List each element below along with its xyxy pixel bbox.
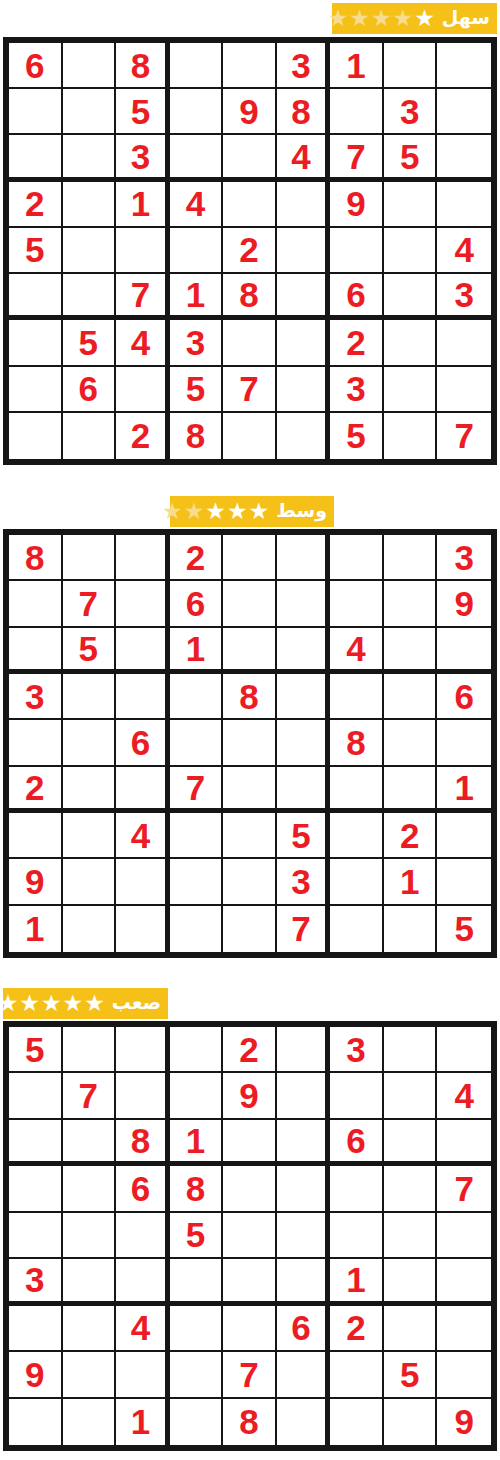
cell-r6c7[interactable]: [330, 767, 384, 813]
cell-r5c1[interactable]: [9, 1213, 63, 1259]
cell-r8c3[interactable]: [116, 859, 170, 905]
cell-r8c2[interactable]: [63, 1352, 117, 1398]
cell-r8c7[interactable]: 3: [330, 367, 384, 413]
cell-r4c6[interactable]: [277, 1166, 331, 1212]
cell-r3c9[interactable]: [437, 1120, 491, 1166]
cell-r4c3[interactable]: [116, 674, 170, 720]
cell-r1c4[interactable]: 2: [170, 535, 224, 581]
star-icon: ★: [393, 7, 414, 30]
cell-r2c1[interactable]: [9, 1073, 63, 1119]
cell-r5c4[interactable]: [170, 720, 224, 766]
cell-r9c7[interactable]: [330, 1399, 384, 1445]
cell-r4c7[interactable]: 9: [330, 182, 384, 228]
sudoku-grid-easy: 683159833475214952471863543265732857: [3, 37, 497, 465]
cell-r4c7[interactable]: [330, 1166, 384, 1212]
cell-r1c8[interactable]: [384, 1027, 438, 1073]
cell-r4c8[interactable]: [384, 1166, 438, 1212]
cell-r9c3[interactable]: 1: [116, 1399, 170, 1445]
star-icon: ★: [184, 500, 205, 523]
cell-r9c9[interactable]: 5: [437, 906, 491, 952]
cell-r9c5[interactable]: [223, 906, 277, 952]
cell-r9c1[interactable]: 1: [9, 906, 63, 952]
cell-r7c2[interactable]: [63, 1306, 117, 1352]
cell-r9c7[interactable]: [330, 906, 384, 952]
cell-r7c2[interactable]: 5: [63, 320, 117, 366]
cell-r7c1[interactable]: [9, 1306, 63, 1352]
cell-r5c1[interactable]: 5: [9, 228, 63, 274]
star-icon: ★: [41, 992, 62, 1015]
cell-r2c8[interactable]: 3: [384, 89, 438, 135]
cell-r5c7[interactable]: [330, 1213, 384, 1259]
cell-r6c9[interactable]: [437, 1259, 491, 1305]
cell-r2c9[interactable]: 4: [437, 1073, 491, 1119]
cell-r6c2[interactable]: [63, 767, 117, 813]
cell-r1c5[interactable]: [223, 43, 277, 89]
cell-r7c4[interactable]: [170, 813, 224, 859]
cell-r5c9[interactable]: [437, 720, 491, 766]
cell-r8c9[interactable]: [437, 859, 491, 905]
cell-r1c6[interactable]: [277, 535, 331, 581]
cell-r3c5[interactable]: [223, 1120, 277, 1166]
cell-r1c1[interactable]: 8: [9, 535, 63, 581]
cell-r9c6[interactable]: [277, 413, 331, 459]
cell-r1c4[interactable]: [170, 43, 224, 89]
cell-r5c2[interactable]: [63, 720, 117, 766]
cell-r4c4[interactable]: 8: [170, 1166, 224, 1212]
cell-r8c5[interactable]: 7: [223, 1352, 277, 1398]
cell-r6c6[interactable]: [277, 1259, 331, 1305]
cell-r6c4[interactable]: [170, 1259, 224, 1305]
cell-r4c1[interactable]: [9, 1166, 63, 1212]
cell-r6c4[interactable]: 7: [170, 767, 224, 813]
star-icon: ★: [162, 500, 183, 523]
cell-r1c3[interactable]: [116, 1027, 170, 1073]
cell-r2c5[interactable]: 9: [223, 1073, 277, 1119]
cell-r5c8[interactable]: [384, 720, 438, 766]
cell-r7c5[interactable]: [223, 813, 277, 859]
difficulty-label-hard: صعب: [112, 993, 161, 1015]
cell-r2c7[interactable]: [330, 1073, 384, 1119]
cell-r2c2[interactable]: 7: [63, 581, 117, 627]
cell-r6c7[interactable]: 6: [330, 274, 384, 320]
star-icon: ★: [205, 500, 226, 523]
cell-r8c5[interactable]: 7: [223, 367, 277, 413]
cell-r1c9[interactable]: [437, 1027, 491, 1073]
cell-r5c8[interactable]: [384, 228, 438, 274]
cell-r5c4[interactable]: [170, 228, 224, 274]
cell-r8c8[interactable]: 5: [384, 1352, 438, 1398]
cell-r4c7[interactable]: [330, 674, 384, 720]
cell-r9c2[interactable]: [63, 1399, 117, 1445]
cell-r4c9[interactable]: 7: [437, 1166, 491, 1212]
cell-r5c3[interactable]: [116, 228, 170, 274]
star-icon: ★: [0, 992, 18, 1015]
cell-r3c8[interactable]: [384, 628, 438, 674]
cell-r8c9[interactable]: [437, 367, 491, 413]
difficulty-label-medium: وسط: [276, 501, 327, 523]
sudoku-grid-medium: 82376951438668271452931175: [3, 529, 497, 958]
cell-r5c4[interactable]: 5: [170, 1213, 224, 1259]
cell-r5c7[interactable]: 8: [330, 720, 384, 766]
cell-r7c7[interactable]: 2: [330, 320, 384, 366]
cell-r7c1[interactable]: [9, 320, 63, 366]
cell-r1c9[interactable]: [437, 43, 491, 89]
cell-r8c4[interactable]: 5: [170, 367, 224, 413]
cell-r4c1[interactable]: 2: [9, 182, 63, 228]
cell-r5c3[interactable]: 6: [116, 720, 170, 766]
cell-r2c3[interactable]: 5: [116, 89, 170, 135]
cell-r6c5[interactable]: [223, 1259, 277, 1305]
cell-r9c5[interactable]: 8: [223, 1399, 277, 1445]
cell-r6c3[interactable]: [116, 767, 170, 813]
cell-r3c3[interactable]: 8: [116, 1120, 170, 1166]
cell-r6c3[interactable]: 7: [116, 274, 170, 320]
cell-r3c6[interactable]: 4: [277, 135, 331, 181]
cell-r6c2[interactable]: [63, 274, 117, 320]
cell-r2c7[interactable]: [330, 581, 384, 627]
cell-r7c9[interactable]: [437, 1306, 491, 1352]
cell-r3c3[interactable]: 3: [116, 135, 170, 181]
cell-r8c8[interactable]: 1: [384, 859, 438, 905]
cell-r4c4[interactable]: [170, 674, 224, 720]
cell-r4c6[interactable]: [277, 182, 331, 228]
cell-r8c7[interactable]: [330, 1352, 384, 1398]
cell-r6c8[interactable]: [384, 1259, 438, 1305]
cell-r7c8[interactable]: [384, 1306, 438, 1352]
cell-r4c8[interactable]: [384, 674, 438, 720]
cell-r1c7[interactable]: 1: [330, 43, 384, 89]
cell-r8c6[interactable]: [277, 1352, 331, 1398]
cell-r6c1[interactable]: 2: [9, 767, 63, 813]
cell-r7c7[interactable]: 2: [330, 1306, 384, 1352]
cell-r1c6[interactable]: [277, 1027, 331, 1073]
cell-r3c6[interactable]: [277, 628, 331, 674]
cell-r4c5[interactable]: [223, 182, 277, 228]
difficulty-header-easy: ★★★★★ سهل: [332, 3, 497, 34]
cell-r5c9[interactable]: 4: [437, 228, 491, 274]
cell-r9c4[interactable]: 8: [170, 413, 224, 459]
cell-r3c1[interactable]: [9, 628, 63, 674]
cell-r6c1[interactable]: 3: [9, 1259, 63, 1305]
cell-r2c3[interactable]: [116, 581, 170, 627]
star-icon: ★: [249, 500, 270, 523]
cell-r6c5[interactable]: 8: [223, 274, 277, 320]
star-icon: ★: [84, 992, 105, 1015]
cell-r1c5[interactable]: 2: [223, 1027, 277, 1073]
cell-r1c2[interactable]: [63, 1027, 117, 1073]
cell-r9c9[interactable]: 7: [437, 413, 491, 459]
cell-r9c9[interactable]: 9: [437, 1399, 491, 1445]
cell-r8c9[interactable]: [437, 1352, 491, 1398]
cell-r9c2[interactable]: [63, 413, 117, 459]
cell-r7c9[interactable]: [437, 320, 491, 366]
cell-r2c4[interactable]: [170, 1073, 224, 1119]
cell-r2c4[interactable]: [170, 89, 224, 135]
cell-r9c3[interactable]: [116, 906, 170, 952]
cell-r2c1[interactable]: [9, 581, 63, 627]
cell-r3c7[interactable]: 4: [330, 628, 384, 674]
cell-r6c1[interactable]: [9, 274, 63, 320]
cell-r2c6[interactable]: [277, 581, 331, 627]
cell-r4c9[interactable]: 6: [437, 674, 491, 720]
cell-r4c2[interactable]: [63, 182, 117, 228]
cell-r5c6[interactable]: [277, 720, 331, 766]
cell-r4c6[interactable]: [277, 674, 331, 720]
star-icon: ★: [328, 7, 349, 30]
cell-r9c4[interactable]: [170, 1399, 224, 1445]
cell-r7c9[interactable]: [437, 813, 491, 859]
cell-r6c5[interactable]: [223, 767, 277, 813]
cell-r5c3[interactable]: [116, 1213, 170, 1259]
cell-r9c8[interactable]: [384, 413, 438, 459]
cell-r1c7[interactable]: [330, 535, 384, 581]
difficulty-stars-hard: ★★★★★: [0, 992, 105, 1015]
cell-r3c6[interactable]: [277, 1120, 331, 1166]
cell-r3c3[interactable]: [116, 628, 170, 674]
cell-r2c8[interactable]: [384, 581, 438, 627]
cell-r2c3[interactable]: [116, 1073, 170, 1119]
star-icon: ★: [349, 7, 370, 30]
cell-r7c4[interactable]: [170, 1306, 224, 1352]
cell-r2c5[interactable]: 9: [223, 89, 277, 135]
cell-r1c5[interactable]: [223, 535, 277, 581]
cell-r7c6[interactable]: 5: [277, 813, 331, 859]
cell-r2c4[interactable]: 6: [170, 581, 224, 627]
cell-r5c6[interactable]: [277, 228, 331, 274]
cell-r3c5[interactable]: [223, 135, 277, 181]
cell-r1c4[interactable]: [170, 1027, 224, 1073]
difficulty-stars-easy: ★★★★★: [328, 7, 435, 30]
cell-r8c7[interactable]: [330, 859, 384, 905]
difficulty-label-easy: سهل: [442, 8, 490, 30]
cell-r1c2[interactable]: [63, 43, 117, 89]
cell-r5c5[interactable]: [223, 1213, 277, 1259]
cell-r9c1[interactable]: [9, 413, 63, 459]
cell-r8c2[interactable]: [63, 859, 117, 905]
cell-r6c6[interactable]: [277, 767, 331, 813]
cell-r4c9[interactable]: [437, 182, 491, 228]
cell-r3c2[interactable]: 5: [63, 628, 117, 674]
cell-r3c7[interactable]: 6: [330, 1120, 384, 1166]
cell-r3c9[interactable]: [437, 135, 491, 181]
cell-r6c9[interactable]: 3: [437, 274, 491, 320]
cell-r1c2[interactable]: [63, 535, 117, 581]
cell-r7c5[interactable]: [223, 320, 277, 366]
cell-r7c6[interactable]: 6: [277, 1306, 331, 1352]
cell-r5c2[interactable]: [63, 228, 117, 274]
cell-r3c8[interactable]: 5: [384, 135, 438, 181]
cell-r7c6[interactable]: [277, 320, 331, 366]
cell-r3c1[interactable]: [9, 1120, 63, 1166]
cell-r5c5[interactable]: [223, 720, 277, 766]
cell-r4c4[interactable]: 4: [170, 182, 224, 228]
cell-r3c4[interactable]: 1: [170, 628, 224, 674]
cell-r2c1[interactable]: [9, 89, 63, 135]
cell-r3c5[interactable]: [223, 628, 277, 674]
cell-r9c8[interactable]: [384, 906, 438, 952]
cell-r6c4[interactable]: 1: [170, 274, 224, 320]
cell-r3c7[interactable]: 7: [330, 135, 384, 181]
cell-r6c2[interactable]: [63, 1259, 117, 1305]
sudoku-page: ★★★★★ سهل 683159833475214952471863543265…: [0, 0, 500, 1460]
cell-r3c4[interactable]: [170, 135, 224, 181]
cell-r2c6[interactable]: [277, 1073, 331, 1119]
cell-r2c9[interactable]: [437, 89, 491, 135]
cell-r8c4[interactable]: [170, 859, 224, 905]
cell-r3c1[interactable]: [9, 135, 63, 181]
cell-r1c8[interactable]: [384, 535, 438, 581]
difficulty-header-hard: ★★★★★ صعب: [3, 988, 168, 1019]
star-icon: ★: [19, 992, 40, 1015]
cell-r9c6[interactable]: 7: [277, 906, 331, 952]
cell-r9c2[interactable]: [63, 906, 117, 952]
cell-r7c2[interactable]: [63, 813, 117, 859]
cell-r1c3[interactable]: [116, 535, 170, 581]
cell-r5c8[interactable]: [384, 1213, 438, 1259]
cell-r5c9[interactable]: [437, 1213, 491, 1259]
cell-r7c3[interactable]: 4: [116, 320, 170, 366]
cell-r5c5[interactable]: 2: [223, 228, 277, 274]
cell-r1c9[interactable]: 3: [437, 535, 491, 581]
cell-r9c1[interactable]: [9, 1399, 63, 1445]
cell-r3c9[interactable]: [437, 628, 491, 674]
cell-r8c3[interactable]: [116, 1352, 170, 1398]
cell-r1c1[interactable]: 6: [9, 43, 63, 89]
cell-r8c1[interactable]: 9: [9, 1352, 63, 1398]
cell-r1c8[interactable]: [384, 43, 438, 89]
cell-r9c7[interactable]: 5: [330, 413, 384, 459]
cell-r3c8[interactable]: [384, 1120, 438, 1166]
cell-r2c5[interactable]: [223, 581, 277, 627]
cell-r4c5[interactable]: [223, 1166, 277, 1212]
cell-r7c5[interactable]: [223, 1306, 277, 1352]
cell-r8c2[interactable]: 6: [63, 367, 117, 413]
cell-r4c5[interactable]: 8: [223, 674, 277, 720]
cell-r9c6[interactable]: [277, 1399, 331, 1445]
cell-r2c2[interactable]: [63, 89, 117, 135]
cell-r3c4[interactable]: 1: [170, 1120, 224, 1166]
cell-r6c7[interactable]: 1: [330, 1259, 384, 1305]
cell-r2c7[interactable]: [330, 89, 384, 135]
cell-r3c2[interactable]: [63, 1120, 117, 1166]
cell-r4c1[interactable]: 3: [9, 674, 63, 720]
cell-r3c2[interactable]: [63, 135, 117, 181]
cell-r2c8[interactable]: [384, 1073, 438, 1119]
cell-r8c6[interactable]: 3: [277, 859, 331, 905]
cell-r2c2[interactable]: 7: [63, 1073, 117, 1119]
cell-r5c6[interactable]: [277, 1213, 331, 1259]
cell-r8c1[interactable]: 9: [9, 859, 63, 905]
cell-r1c6[interactable]: 3: [277, 43, 331, 89]
cell-r7c3[interactable]: 4: [116, 813, 170, 859]
cell-r6c3[interactable]: [116, 1259, 170, 1305]
difficulty-header-medium: ★★★★★ وسط: [170, 496, 334, 527]
cell-r6c8[interactable]: [384, 767, 438, 813]
cell-r7c1[interactable]: [9, 813, 63, 859]
cell-r4c3[interactable]: 6: [116, 1166, 170, 1212]
star-icon: ★: [227, 500, 248, 523]
cell-r6c8[interactable]: [384, 274, 438, 320]
cell-r8c4[interactable]: [170, 1352, 224, 1398]
cell-r7c3[interactable]: 4: [116, 1306, 170, 1352]
cell-r6c6[interactable]: [277, 274, 331, 320]
cell-r9c4[interactable]: [170, 906, 224, 952]
cell-r5c1[interactable]: [9, 720, 63, 766]
cell-r2c6[interactable]: 8: [277, 89, 331, 135]
cell-r7c8[interactable]: [384, 320, 438, 366]
cell-r4c2[interactable]: [63, 1166, 117, 1212]
cell-r7c8[interactable]: 2: [384, 813, 438, 859]
cell-r8c3[interactable]: [116, 367, 170, 413]
sudoku-grid-hard: 523794816687531462975189: [3, 1021, 497, 1451]
cell-r2c9[interactable]: 9: [437, 581, 491, 627]
cell-r1c3[interactable]: 8: [116, 43, 170, 89]
difficulty-stars-medium: ★★★★★: [162, 500, 269, 523]
cell-r4c8[interactable]: [384, 182, 438, 228]
cell-r5c7[interactable]: [330, 228, 384, 274]
cell-r4c3[interactable]: 1: [116, 182, 170, 228]
cell-r1c1[interactable]: 5: [9, 1027, 63, 1073]
cell-r5c2[interactable]: [63, 1213, 117, 1259]
cell-r1c7[interactable]: 3: [330, 1027, 384, 1073]
cell-r8c6[interactable]: [277, 367, 331, 413]
star-icon: ★: [414, 7, 435, 30]
cell-r8c5[interactable]: [223, 859, 277, 905]
cell-r4c2[interactable]: [63, 674, 117, 720]
cell-r7c4[interactable]: 3: [170, 320, 224, 366]
star-icon: ★: [63, 992, 84, 1015]
cell-r9c8[interactable]: [384, 1399, 438, 1445]
cell-r9c3[interactable]: 2: [116, 413, 170, 459]
cell-r8c1[interactable]: [9, 367, 63, 413]
cell-r6c9[interactable]: 1: [437, 767, 491, 813]
cell-r8c8[interactable]: [384, 367, 438, 413]
cell-r9c5[interactable]: [223, 413, 277, 459]
star-icon: ★: [371, 7, 392, 30]
cell-r7c7[interactable]: [330, 813, 384, 859]
